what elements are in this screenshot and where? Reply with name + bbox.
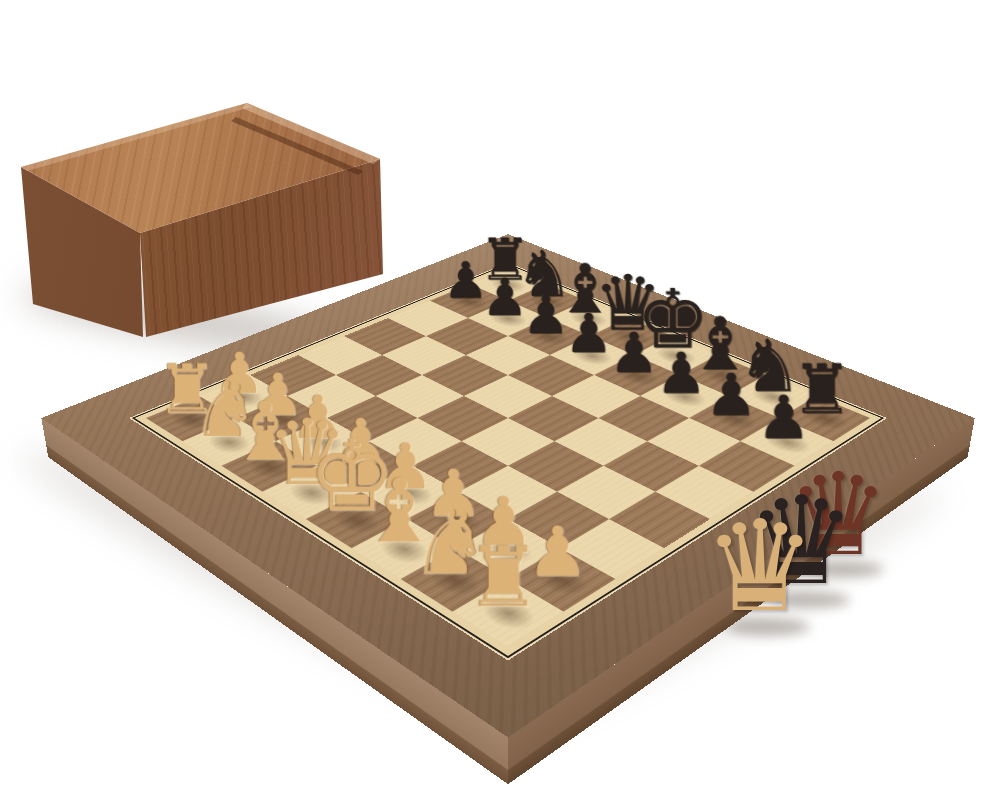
white-rook-glyph: ♜ — [466, 536, 541, 619]
black-pawn-glyph: ♟ — [656, 345, 707, 402]
black-pawn-glyph: ♟ — [757, 388, 811, 448]
black-pawn-glyph: ♟ — [609, 325, 659, 380]
white-queen-glyph: ♛ — [704, 504, 817, 630]
product-photo-scene: ♜♞♝♛♚♝♞♜♟♟♟♟♟♟♟♟♟♟♟♟♟♟♟♟♜♞♝♛♚♝♞♜ ♛ ♛ ♛ — [0, 0, 1000, 800]
black-pawn-glyph: ♟ — [565, 306, 613, 360]
black-pawn-glyph: ♟ — [482, 272, 528, 323]
black-pawn-glyph: ♟ — [705, 366, 757, 424]
black-pawn-glyph: ♟ — [522, 289, 569, 342]
